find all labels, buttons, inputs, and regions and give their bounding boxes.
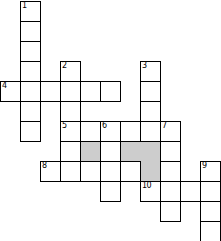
clue-number-5: 5 [62, 122, 67, 130]
cell-r2-c1[interactable] [20, 41, 41, 62]
cell-r10-c10[interactable] [200, 201, 221, 222]
cell-r6-c1[interactable] [20, 121, 41, 142]
cell-r6-c7[interactable] [140, 121, 161, 142]
cell-r8-c3[interactable] [60, 161, 81, 182]
cell-r4-c2[interactable] [40, 81, 61, 102]
cell-r9-c9[interactable] [180, 181, 201, 202]
shaded-cell-r7-c4[interactable] [80, 141, 101, 162]
crossword-board: 12345678910 [0, 1, 220, 241]
cell-r7-c8[interactable] [160, 141, 181, 162]
clue-number-9: 9 [202, 162, 207, 170]
cell-r8-c8[interactable] [160, 161, 181, 182]
cell-r5-c7[interactable] [140, 101, 161, 122]
cell-r4-c1[interactable] [20, 81, 41, 102]
cell-r9-c8[interactable] [160, 181, 181, 202]
shaded-cell-r7-c6[interactable] [120, 141, 141, 162]
clue-number-4: 4 [2, 82, 7, 90]
shaded-join-patch [141, 161, 160, 162]
cell-r8-c4[interactable] [80, 161, 101, 182]
shaded-cell-r8-c7[interactable] [140, 161, 161, 182]
cell-r8-c6[interactable] [120, 161, 141, 182]
cell-r10-c8[interactable] [160, 201, 181, 222]
cell-r5-c1[interactable] [20, 101, 41, 122]
cell-r7-c3[interactable] [60, 141, 81, 162]
cell-r9-c7[interactable]: 10 [140, 181, 161, 202]
cell-r6-c3[interactable]: 5 [60, 121, 81, 142]
cell-r0-c1[interactable]: 1 [20, 1, 41, 22]
cell-r1-c1[interactable] [20, 21, 41, 42]
cell-r11-c10[interactable] [200, 221, 221, 241]
cell-r8-c10[interactable]: 9 [200, 161, 221, 182]
cell-r6-c5[interactable]: 6 [100, 121, 121, 142]
clue-number-3: 3 [142, 62, 147, 70]
clue-number-8: 8 [42, 162, 47, 170]
cell-r6-c8[interactable]: 7 [160, 121, 181, 142]
cell-r3-c7[interactable]: 3 [140, 61, 161, 82]
clue-number-7: 7 [162, 122, 167, 130]
cell-r4-c4[interactable] [80, 81, 101, 102]
shaded-cell-r7-c7[interactable] [140, 141, 161, 162]
cell-r7-c5[interactable] [100, 141, 121, 162]
shaded-join-patch [140, 142, 141, 161]
clue-number-10: 10 [142, 182, 151, 190]
page: { "game": "crossword", "board": { "rows"… [0, 0, 221, 241]
clue-number-1: 1 [22, 2, 27, 10]
cell-r4-c5[interactable] [100, 81, 121, 102]
cell-r3-c3[interactable]: 2 [60, 61, 81, 82]
cell-r5-c3[interactable] [60, 101, 81, 122]
cell-r3-c1[interactable] [20, 61, 41, 82]
clue-number-2: 2 [62, 62, 67, 70]
clue-number-6: 6 [102, 122, 107, 130]
cell-r8-c5[interactable] [100, 161, 121, 182]
cell-r9-c10[interactable] [200, 181, 221, 202]
cell-r4-c0[interactable]: 4 [0, 81, 21, 102]
cell-r9-c5[interactable] [100, 181, 121, 202]
cell-r6-c4[interactable] [80, 121, 101, 142]
cell-r6-c6[interactable] [120, 121, 141, 142]
cell-r4-c3[interactable] [60, 81, 81, 102]
cell-r8-c2[interactable]: 8 [40, 161, 61, 182]
cell-r4-c7[interactable] [140, 81, 161, 102]
